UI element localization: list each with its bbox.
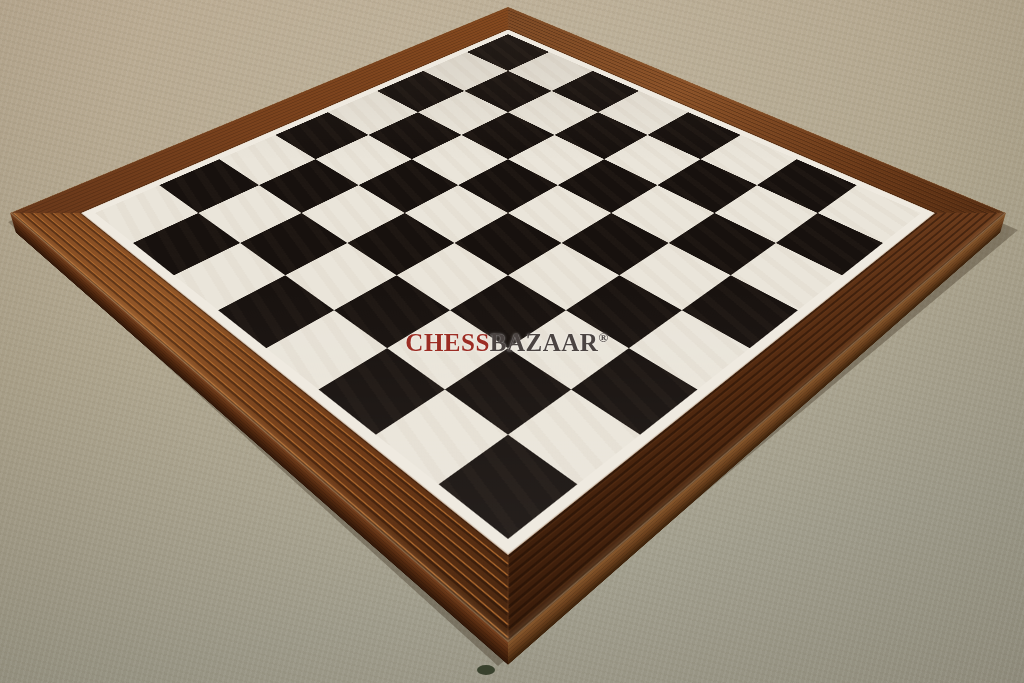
square-r6c5-light <box>397 243 508 310</box>
felt-foot-pad <box>477 665 495 675</box>
watermark-brand-part2: BAZAAR <box>490 329 599 356</box>
maple-border <box>81 30 935 555</box>
square-r5c5-dark <box>454 213 561 275</box>
square-r8c4-dark <box>218 275 334 348</box>
chess-board <box>10 7 1006 642</box>
square-r3c8-light <box>731 243 842 310</box>
board-grid <box>95 34 921 539</box>
photo-stage: CHESSBAZAAR® <box>0 0 1024 683</box>
watermark: CHESSBAZAAR® <box>405 329 608 357</box>
registered-trademark-symbol: ® <box>598 330 608 345</box>
watermark-brand-part1: CHESS <box>405 329 489 356</box>
square-r5c6-light <box>508 243 619 310</box>
